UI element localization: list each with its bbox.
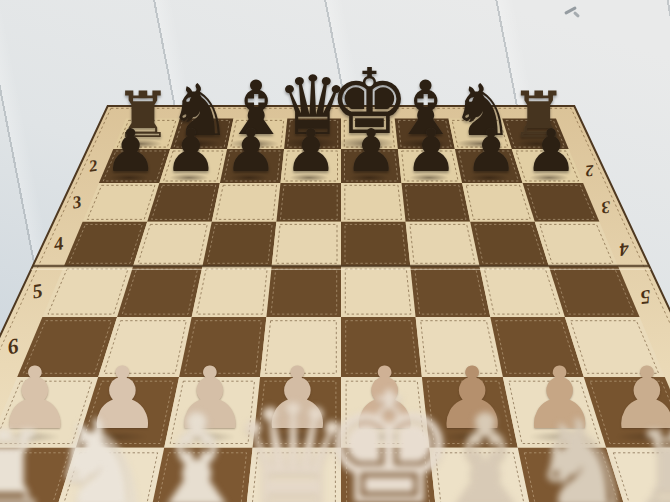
rank-label-right-2: 4 [618, 239, 630, 261]
square-d7 [281, 149, 342, 183]
square-c2 [164, 377, 260, 448]
square-d8 [284, 119, 341, 149]
square-c8 [227, 119, 287, 149]
square-d6 [276, 183, 341, 222]
square-b7 [159, 149, 227, 183]
square-c7 [220, 149, 284, 183]
square-e7 [341, 149, 402, 183]
square-e2 [341, 377, 429, 448]
square-g7 [455, 149, 523, 183]
square-f5 [406, 222, 480, 266]
square-c6 [212, 183, 281, 222]
square-f6 [402, 183, 471, 222]
square-g8 [449, 119, 512, 149]
square-e4 [341, 266, 416, 317]
square-f4 [410, 266, 490, 317]
chess-set-photo: 234562345 ♜♞♝♛♚♝♞♜♟♟♟♟♟♟♟♟♟♟♟♟♟♟♟♟♜♞♝♛♚♝… [0, 0, 670, 502]
square-c3 [179, 317, 266, 377]
square-e6 [341, 183, 406, 222]
square-c4 [192, 266, 272, 317]
square-d5 [272, 222, 341, 266]
square-e5 [341, 222, 410, 266]
square-c5 [203, 222, 277, 266]
square-e8 [341, 119, 398, 149]
square-e1 [341, 448, 438, 502]
square-d3 [260, 317, 341, 377]
chess-board: 234562345 [0, 0, 670, 502]
square-b6 [147, 183, 220, 222]
square-e3 [341, 317, 422, 377]
square-b8 [170, 119, 233, 149]
square-d2 [253, 377, 341, 448]
square-f2 [422, 377, 518, 448]
square-d4 [266, 266, 341, 317]
square-d1 [244, 448, 341, 502]
square-f3 [416, 317, 503, 377]
